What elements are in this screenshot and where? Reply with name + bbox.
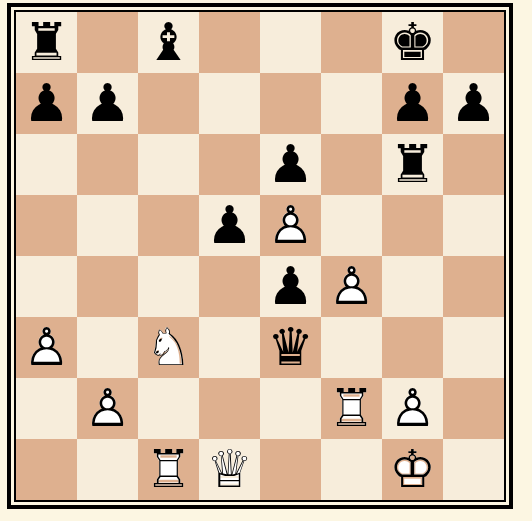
- square-e1[interactable]: [260, 439, 321, 500]
- square-a2[interactable]: [16, 378, 77, 439]
- square-a5[interactable]: [16, 195, 77, 256]
- square-e7[interactable]: [260, 73, 321, 134]
- square-c4[interactable]: [138, 256, 199, 317]
- piece-white-queen[interactable]: ♛♕: [199, 439, 260, 500]
- square-a8[interactable]: ♜: [16, 12, 77, 73]
- square-f2[interactable]: ♜♖: [321, 378, 382, 439]
- square-b1[interactable]: [77, 439, 138, 500]
- piece-glyph: ♜: [16, 12, 77, 73]
- piece-glyph: ♟: [260, 256, 321, 317]
- square-c1[interactable]: ♜♖: [138, 439, 199, 500]
- square-f7[interactable]: [321, 73, 382, 134]
- square-e4[interactable]: ♟: [260, 256, 321, 317]
- piece-glyph: ♜: [382, 134, 443, 195]
- piece-glyph-outline: ♕: [199, 439, 260, 500]
- square-g3[interactable]: [382, 317, 443, 378]
- square-f1[interactable]: [321, 439, 382, 500]
- square-b4[interactable]: [77, 256, 138, 317]
- square-g5[interactable]: [382, 195, 443, 256]
- piece-white-king[interactable]: ♚♔: [382, 439, 443, 500]
- square-h7[interactable]: ♟: [443, 73, 504, 134]
- piece-black-king[interactable]: ♚: [382, 12, 443, 73]
- piece-glyph-outline: ♙: [260, 195, 321, 256]
- square-d7[interactable]: [199, 73, 260, 134]
- square-d4[interactable]: [199, 256, 260, 317]
- square-f5[interactable]: [321, 195, 382, 256]
- square-g1[interactable]: ♚♔: [382, 439, 443, 500]
- square-h3[interactable]: [443, 317, 504, 378]
- square-h2[interactable]: [443, 378, 504, 439]
- piece-black-bishop[interactable]: ♝: [138, 12, 199, 73]
- piece-black-pawn[interactable]: ♟: [443, 73, 504, 134]
- square-c3[interactable]: ♞♘: [138, 317, 199, 378]
- board-frame-inner: ♜♝♚♟♟♟♟♟♜♟♟♙♟♟♙♟♙♞♘♛♟♙♜♖♟♙♜♖♛♕♚♔: [14, 10, 506, 502]
- piece-black-pawn[interactable]: ♟: [260, 134, 321, 195]
- piece-glyph-outline: ♖: [321, 378, 382, 439]
- piece-glyph: ♟: [260, 134, 321, 195]
- square-g6[interactable]: ♜: [382, 134, 443, 195]
- piece-glyph: ♛: [260, 317, 321, 378]
- piece-glyph: ♟: [382, 73, 443, 134]
- square-c6[interactable]: [138, 134, 199, 195]
- piece-white-pawn[interactable]: ♟♙: [382, 378, 443, 439]
- piece-glyph-outline: ♙: [77, 378, 138, 439]
- piece-black-pawn[interactable]: ♟: [199, 195, 260, 256]
- square-c2[interactable]: [138, 378, 199, 439]
- square-f6[interactable]: [321, 134, 382, 195]
- chess-board: ♜♝♚♟♟♟♟♟♜♟♟♙♟♟♙♟♙♞♘♛♟♙♜♖♟♙♜♖♛♕♚♔: [16, 12, 504, 500]
- piece-black-rook[interactable]: ♜: [16, 12, 77, 73]
- square-b2[interactable]: ♟♙: [77, 378, 138, 439]
- piece-glyph-outline: ♙: [382, 378, 443, 439]
- square-g4[interactable]: [382, 256, 443, 317]
- piece-glyph: ♚: [382, 12, 443, 73]
- piece-glyph-outline: ♖: [138, 439, 199, 500]
- square-h6[interactable]: [443, 134, 504, 195]
- square-e3[interactable]: ♛: [260, 317, 321, 378]
- piece-glyph-outline: ♔: [382, 439, 443, 500]
- piece-black-pawn[interactable]: ♟: [260, 256, 321, 317]
- chess-diagram: ♜♝♚♟♟♟♟♟♜♟♟♙♟♟♙♟♙♞♘♛♟♙♜♖♟♙♜♖♛♕♚♔: [7, 3, 513, 509]
- piece-white-rook[interactable]: ♜♖: [321, 378, 382, 439]
- square-b8[interactable]: [77, 12, 138, 73]
- square-d6[interactable]: [199, 134, 260, 195]
- piece-white-pawn[interactable]: ♟♙: [260, 195, 321, 256]
- square-a3[interactable]: ♟♙: [16, 317, 77, 378]
- square-b5[interactable]: [77, 195, 138, 256]
- square-e5[interactable]: ♟♙: [260, 195, 321, 256]
- piece-glyph-outline: ♙: [16, 317, 77, 378]
- square-h1[interactable]: [443, 439, 504, 500]
- square-h4[interactable]: [443, 256, 504, 317]
- piece-black-queen[interactable]: ♛: [260, 317, 321, 378]
- square-d8[interactable]: [199, 12, 260, 73]
- piece-black-pawn[interactable]: ♟: [77, 73, 138, 134]
- square-g8[interactable]: ♚: [382, 12, 443, 73]
- piece-white-pawn[interactable]: ♟♙: [77, 378, 138, 439]
- piece-glyph: ♟: [199, 195, 260, 256]
- piece-black-rook[interactable]: ♜: [382, 134, 443, 195]
- square-a1[interactable]: [16, 439, 77, 500]
- board-frame-outer: ♜♝♚♟♟♟♟♟♜♟♟♙♟♟♙♟♙♞♘♛♟♙♜♖♟♙♜♖♛♕♚♔: [7, 3, 513, 509]
- square-d1[interactable]: ♛♕: [199, 439, 260, 500]
- piece-white-pawn[interactable]: ♟♙: [16, 317, 77, 378]
- square-g7[interactable]: ♟: [382, 73, 443, 134]
- square-c5[interactable]: [138, 195, 199, 256]
- square-f3[interactable]: [321, 317, 382, 378]
- square-f4[interactable]: ♟♙: [321, 256, 382, 317]
- square-e8[interactable]: [260, 12, 321, 73]
- piece-glyph: ♟: [16, 73, 77, 134]
- square-g2[interactable]: ♟♙: [382, 378, 443, 439]
- piece-glyph-outline: ♙: [321, 256, 382, 317]
- square-a4[interactable]: [16, 256, 77, 317]
- square-c7[interactable]: [138, 73, 199, 134]
- square-h8[interactable]: [443, 12, 504, 73]
- square-f8[interactable]: [321, 12, 382, 73]
- square-c8[interactable]: ♝: [138, 12, 199, 73]
- square-b3[interactable]: [77, 317, 138, 378]
- square-a6[interactable]: [16, 134, 77, 195]
- piece-white-rook[interactable]: ♜♖: [138, 439, 199, 500]
- piece-glyph-outline: ♘: [138, 317, 199, 378]
- piece-white-knight[interactable]: ♞♘: [138, 317, 199, 378]
- square-d5[interactable]: ♟: [199, 195, 260, 256]
- piece-glyph: ♟: [77, 73, 138, 134]
- square-b6[interactable]: [77, 134, 138, 195]
- piece-glyph: ♟: [443, 73, 504, 134]
- square-e2[interactable]: [260, 378, 321, 439]
- square-d3[interactable]: [199, 317, 260, 378]
- square-h5[interactable]: [443, 195, 504, 256]
- square-a7[interactable]: ♟: [16, 73, 77, 134]
- piece-black-pawn[interactable]: ♟: [16, 73, 77, 134]
- piece-black-pawn[interactable]: ♟: [382, 73, 443, 134]
- piece-glyph: ♝: [138, 12, 199, 73]
- piece-white-pawn[interactable]: ♟♙: [321, 256, 382, 317]
- square-e6[interactable]: ♟: [260, 134, 321, 195]
- square-d2[interactable]: [199, 378, 260, 439]
- square-b7[interactable]: ♟: [77, 73, 138, 134]
